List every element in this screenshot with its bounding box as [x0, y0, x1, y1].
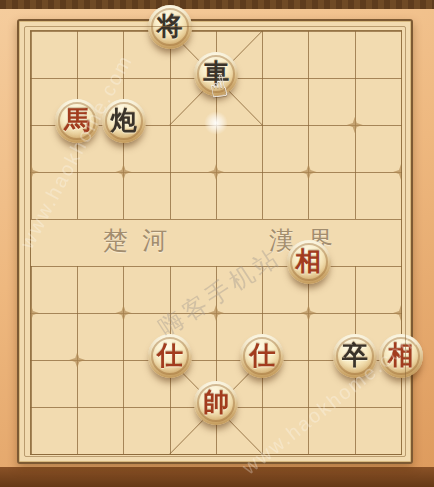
xiangqi-app-screen: 楚河 漢界 将車馬炮相仕仕卒相帥 ☝ www.haokhome.com 嗨客手机… [0, 0, 434, 487]
board-grid[interactable]: 楚河 漢界 将車馬炮相仕仕卒相帥 ☝ [30, 30, 402, 455]
piece-glyph: 相 [296, 249, 322, 275]
piece-glyph: 仕 [157, 343, 183, 369]
piece-black-cannon[interactable]: 炮 [102, 99, 146, 143]
piece-red-horse[interactable]: 馬 [55, 99, 99, 143]
piece-glyph: 帥 [203, 390, 229, 416]
piece-red-elephant-edge[interactable]: 相 [379, 334, 423, 378]
board-frame: 楚河 漢界 将車馬炮相仕仕卒相帥 ☝ [17, 19, 413, 464]
river-label-chu: 楚河 [103, 224, 181, 257]
piece-glyph: 卒 [342, 343, 368, 369]
piece-glyph: 炮 [111, 108, 137, 134]
piece-black-pawn[interactable]: 卒 [333, 334, 377, 378]
top-texture-strip [0, 0, 434, 9]
move-highlight-sparkle [204, 111, 228, 135]
piece-red-elephant-river[interactable]: 相 [287, 240, 331, 284]
piece-red-advisor-left[interactable]: 仕 [148, 334, 192, 378]
piece-black-general[interactable]: 将 [148, 5, 192, 49]
piece-red-general[interactable]: 帥 [194, 381, 238, 425]
piece-glyph: 馬 [64, 108, 90, 134]
piece-red-advisor-right[interactable]: 仕 [240, 334, 284, 378]
piece-glyph: 将 [157, 14, 183, 40]
piece-glyph: 相 [388, 343, 414, 369]
piece-glyph: 仕 [249, 343, 275, 369]
bottom-texture-strip [0, 467, 434, 487]
